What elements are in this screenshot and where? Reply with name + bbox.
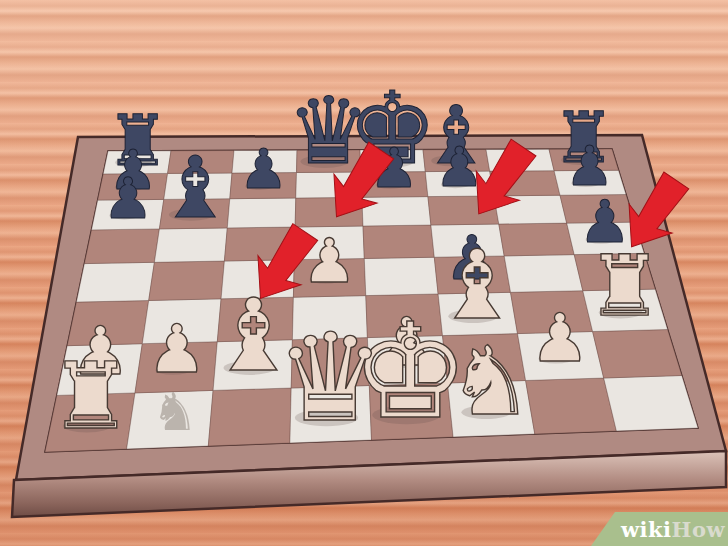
piece-black-bishop-b6: ♝ bbox=[157, 138, 233, 237]
piece-black-pawn-a6: ♟ bbox=[103, 165, 154, 231]
square-e4 bbox=[364, 257, 438, 295]
chessboard: ♞ ♜♝♚♛♜♟♟♟♟♟♝♟♟♟♟♜♝♟♟♝♟♟♞♚♛♜ bbox=[0, 0, 728, 546]
square-e6 bbox=[362, 197, 431, 226]
piece-white-rook-h3: ♜ bbox=[587, 237, 662, 335]
square-h2 bbox=[593, 330, 682, 379]
wikihow-watermark-how: How bbox=[672, 517, 725, 542]
piece-white-pawn-b2: ♟ bbox=[147, 310, 207, 388]
piece-black-pawn-f7: ♟ bbox=[435, 135, 484, 199]
wikihow-watermark: wikiHow bbox=[591, 512, 728, 546]
ghost-knight-shadow: ♞ bbox=[151, 382, 198, 442]
piece-white-queen-d1: ♛ bbox=[276, 307, 385, 449]
wikihow-watermark-wiki: wiki bbox=[621, 517, 672, 542]
piece-black-pawn-c7: ♟ bbox=[239, 137, 288, 201]
square-e5 bbox=[363, 225, 434, 259]
square-a5 bbox=[84, 229, 159, 264]
square-g1 bbox=[526, 378, 617, 434]
square-c6 bbox=[227, 198, 295, 228]
piece-white-rook-a1: ♜ bbox=[49, 342, 132, 450]
piece-white-pawn-g2: ♟ bbox=[530, 299, 590, 377]
square-a4 bbox=[76, 262, 154, 302]
wikihow-chess-illustration: ♞ ♜♝♚♛♜♟♟♟♟♟♝♟♟♟♟♜♝♟♟♝♟♟♞♚♛♜ wikiHow bbox=[0, 0, 728, 546]
square-h1 bbox=[604, 376, 698, 432]
